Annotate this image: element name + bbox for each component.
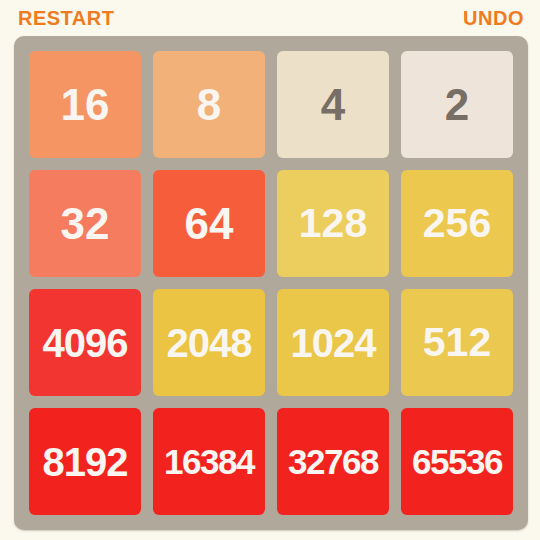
tile-128: 128 <box>277 170 389 277</box>
game-board[interactable]: 16 8 4 2 32 64 128 256 4096 2048 1024 51… <box>14 36 528 530</box>
tile-4096: 4096 <box>29 289 141 396</box>
tile-256: 256 <box>401 170 513 277</box>
undo-button[interactable]: UNDO <box>463 7 524 30</box>
tile-16384: 16384 <box>153 408 265 515</box>
tile-8: 8 <box>153 51 265 158</box>
tile-16: 16 <box>29 51 141 158</box>
tile-32: 32 <box>29 170 141 277</box>
tile-64: 64 <box>153 170 265 277</box>
toolbar: RESTART UNDO <box>0 0 540 36</box>
restart-button[interactable]: RESTART <box>18 7 114 30</box>
tile-1024: 1024 <box>277 289 389 396</box>
tile-4: 4 <box>277 51 389 158</box>
tile-65536: 65536 <box>401 408 513 515</box>
tile-8192: 8192 <box>29 408 141 515</box>
tile-2: 2 <box>401 51 513 158</box>
tile-512: 512 <box>401 289 513 396</box>
tile-32768: 32768 <box>277 408 389 515</box>
tile-2048: 2048 <box>153 289 265 396</box>
